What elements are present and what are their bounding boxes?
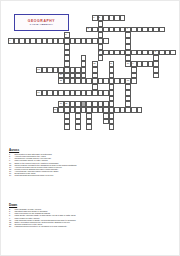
grid-cell[interactable] — [120, 15, 126, 21]
across-list: 1.Narrow strip of land with water on bot… — [9, 153, 175, 176]
grid-cell[interactable] — [103, 38, 109, 44]
cell-number: 11 — [110, 62, 112, 64]
cell-number: 10 — [127, 62, 129, 64]
grid-cell[interactable] — [98, 55, 104, 61]
cell-number: 16 — [37, 91, 39, 93]
cell-number: 6 — [99, 50, 100, 52]
cell-number: 1 — [93, 16, 94, 18]
down-section: Down 2.Main language of Latin America5.I… — [9, 203, 175, 227]
grid-cell[interactable] — [64, 124, 70, 130]
clue-item: 20.Farmland owned collectively by member… — [9, 225, 175, 227]
cell-number: 4 — [9, 39, 10, 41]
across-section: Across 1.Narrow strip of land with water… — [9, 148, 175, 176]
grid-cell[interactable] — [109, 124, 115, 130]
clue-item: 19.Most important and populous region of… — [9, 174, 175, 176]
clue-item-text: Most important and populous region of Me… — [15, 174, 54, 176]
grid-cell[interactable] — [86, 124, 92, 130]
clue-item-text: Farmland owned collectively by members o… — [15, 225, 67, 227]
cell-number: 12 — [93, 62, 95, 64]
cell-number: 14 — [60, 73, 62, 75]
cell-number: 15 — [60, 79, 62, 81]
cell-number: 5 — [65, 33, 66, 35]
grid-cell[interactable] — [75, 124, 81, 130]
cell-number: 13 — [37, 68, 39, 70]
down-header: Down — [9, 203, 175, 207]
grid-cell[interactable] — [137, 107, 143, 113]
worksheet-page: { "game": "crossword", "title": { "line1… — [0, 0, 180, 256]
crossword-grid: 1237546812111091314151816172019 — [8, 15, 176, 130]
grid-cell[interactable] — [131, 78, 137, 84]
cell-number: 8 — [155, 50, 156, 52]
cell-number: 19 — [54, 108, 56, 110]
grid-cell[interactable] — [170, 50, 176, 56]
cell-number: 3 — [88, 27, 89, 29]
across-header: Across — [9, 148, 175, 152]
cell-number: 18 — [127, 79, 129, 81]
cell-number: 20 — [65, 102, 67, 104]
down-list: 2.Main language of Latin America5.Import… — [9, 208, 175, 227]
cell-number: 17 — [60, 102, 62, 104]
cell-number: 7 — [127, 27, 128, 29]
grid-cell[interactable] — [159, 27, 165, 33]
grid-cell[interactable] — [153, 73, 159, 79]
cell-number: 9 — [132, 62, 133, 64]
cell-number: 2 — [99, 16, 100, 18]
